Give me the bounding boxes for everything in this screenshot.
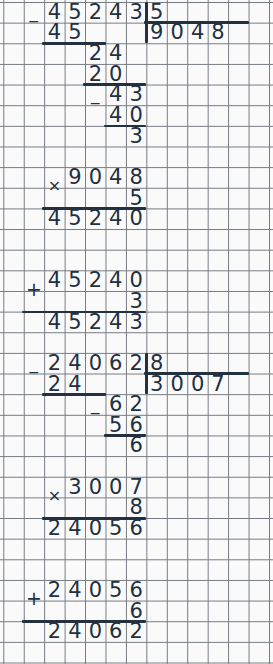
digit-cell: 3 [126, 2, 146, 23]
digit-cell: 3 [65, 477, 85, 498]
digit-cell: 4 [65, 622, 85, 643]
digit-cell: 4 [187, 23, 207, 44]
digit-cell: 5 [106, 415, 126, 436]
multiply-sign: × [44, 485, 64, 506]
worked-line [104, 434, 147, 437]
worked-line [144, 21, 248, 24]
digit-cell: 8 [126, 167, 146, 188]
digit-cell: 4 [106, 105, 126, 126]
digit-cell: 4 [106, 2, 126, 23]
digit-cell: 5 [65, 23, 85, 44]
digit-cell: 9 [146, 23, 166, 44]
digit-cell: 0 [85, 580, 105, 601]
digit-cell: 2 [85, 270, 105, 291]
digit-cell: 6 [126, 518, 146, 539]
digit-cell: 0 [126, 105, 146, 126]
digit-cell: 4 [65, 374, 85, 395]
digit-cell: 4 [106, 209, 126, 230]
digit-cell: 0 [106, 477, 126, 498]
digit-cell: 2 [44, 374, 64, 395]
worked-line [42, 517, 146, 520]
digit-cell: 0 [85, 353, 105, 374]
squared-paper-grid: 452435−4590482420−43403×9048545240+45240… [0, 0, 273, 664]
digit-cell: 4 [106, 270, 126, 291]
digit-cell: 2 [44, 518, 64, 539]
worksheet: 452435−4590482420−43403×9048545240+45240… [0, 0, 273, 664]
digit-cell: 4 [44, 312, 64, 333]
digit-cell: 2 [126, 622, 146, 643]
worked-line [22, 311, 147, 314]
digit-cell: 2 [85, 64, 105, 85]
digit-cell: 4 [106, 43, 126, 64]
digit-cell: 2 [85, 43, 105, 64]
digit-cell: 2 [126, 394, 146, 415]
digit-cell: 0 [126, 270, 146, 291]
digit-cell: 2 [85, 2, 105, 23]
worked-line [42, 393, 105, 396]
digit-cell: 0 [85, 518, 105, 539]
digit-cell: 0 [187, 374, 207, 395]
digit-cell: 2 [44, 580, 64, 601]
digit-cell: 2 [44, 622, 64, 643]
digit-cell: 3 [126, 126, 146, 147]
digit-cell: 4 [44, 209, 64, 230]
digit-cell: 6 [126, 580, 146, 601]
digit-cell: 5 [106, 518, 126, 539]
digit-cell: 6 [126, 436, 146, 457]
digit-cell: 0 [85, 622, 105, 643]
digit-cell: 0 [85, 167, 105, 188]
digit-cell: 4 [65, 580, 85, 601]
worked-line [42, 42, 105, 45]
worked-line [42, 207, 146, 210]
digit-cell: 4 [65, 353, 85, 374]
digit-cell: 0 [167, 23, 187, 44]
plus-sign: + [24, 589, 44, 610]
digit-cell: 5 [65, 209, 85, 230]
digit-cell: 2 [44, 353, 64, 374]
digit-cell: 9 [65, 167, 85, 188]
minus-sign: − [24, 361, 44, 382]
digit-cell: 4 [106, 167, 126, 188]
worked-line [83, 83, 146, 86]
digit-cell: 0 [167, 374, 187, 395]
digit-cell: 5 [65, 312, 85, 333]
digit-cell: 8 [208, 23, 228, 44]
digit-cell: 7 [208, 374, 228, 395]
digit-cell: 3 [146, 374, 166, 395]
digit-cell: 6 [106, 622, 126, 643]
minus-sign: − [24, 10, 44, 31]
digit-cell: 4 [44, 270, 64, 291]
digit-cell: 3 [126, 312, 146, 333]
digit-cell: 5 [65, 270, 85, 291]
digit-cell: 4 [65, 518, 85, 539]
digit-cell: 6 [106, 394, 126, 415]
plus-sign: + [24, 279, 44, 300]
minus-sign: − [85, 93, 105, 114]
worked-line [22, 620, 147, 623]
digit-cell: 8 [146, 353, 166, 374]
multiply-sign: × [44, 176, 64, 197]
worked-line [144, 372, 248, 375]
digit-cell: 2 [126, 353, 146, 374]
digit-cell: 2 [85, 209, 105, 230]
digit-cell: 4 [44, 23, 64, 44]
digit-cell: 2 [85, 312, 105, 333]
digit-cell: 6 [106, 353, 126, 374]
digit-cell: 4 [106, 312, 126, 333]
worked-line [104, 125, 147, 128]
digit-cell: 0 [126, 209, 146, 230]
digit-cell: 0 [85, 477, 105, 498]
digit-cell: 5 [106, 580, 126, 601]
minus-sign: − [85, 403, 105, 424]
digit-cell: 3 [126, 291, 146, 312]
